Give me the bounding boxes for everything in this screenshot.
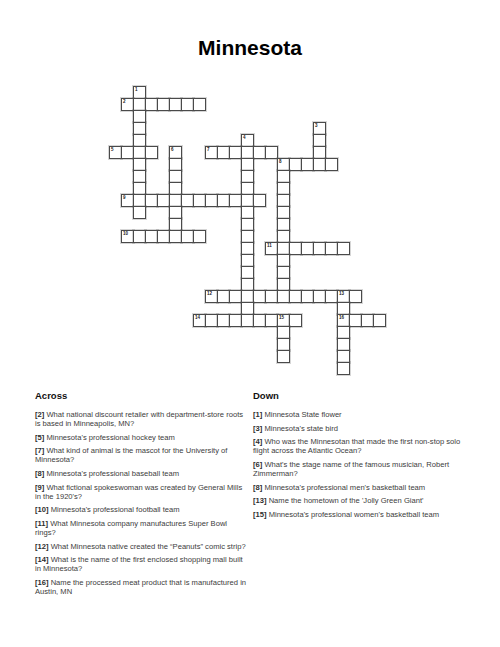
down-clue-13: [13] Name the hometown of the 'Jolly Gre… (253, 496, 466, 505)
across-clue-num-9: [9] (35, 483, 46, 492)
across-clue-2: [2] What national discount retailer with… (35, 410, 248, 428)
across-clue-num-16: [16] (35, 578, 51, 587)
across-clues-section: Across [2] What national discount retail… (35, 390, 248, 601)
down-header: Down (253, 390, 466, 401)
clue-number-15: 15 (279, 315, 284, 320)
across-clue-num-5: [5] (35, 433, 46, 442)
clue-number-10: 10 (123, 231, 128, 236)
down-clue-num-13: [13] (253, 496, 269, 505)
grid-cell-r22c14[interactable] (277, 350, 290, 363)
down-clue-8: [8] Minnesota's professional men's baske… (253, 483, 466, 492)
across-clue-7: [7] What kind of animal is the mascot fo… (35, 446, 248, 464)
across-clue-num-12: [12] (35, 542, 51, 551)
grid-cell-r9c12[interactable] (253, 194, 266, 207)
down-clue-15: [15] Minnesota's professional women's ba… (253, 510, 466, 519)
down-clue-num-15: [15] (253, 510, 269, 519)
across-clue-11: [11] What Minnesota company manufactures… (35, 519, 248, 537)
across-clue-16: [16] Name the processed meat product tha… (35, 578, 248, 596)
clue-number-6: 6 (171, 147, 174, 152)
across-clue-5: [5] Minnesota's professional hockey team (35, 433, 248, 442)
down-clue-num-4: [4] (253, 437, 264, 446)
clue-number-7: 7 (207, 147, 210, 152)
down-clue-4: [4] Who was the Minnesotan that made the… (253, 437, 466, 455)
across-clue-list: [2] What national discount retailer with… (35, 410, 248, 596)
clue-number-16: 16 (339, 315, 344, 320)
across-clue-10: [10] Minnesota's professional football t… (35, 505, 248, 514)
across-clue-num-7: [7] (35, 446, 46, 455)
across-clue-num-14: [14] (35, 555, 51, 564)
across-clue-num-8: [8] (35, 469, 46, 478)
page-title: Minnesota (0, 36, 500, 60)
across-clue-num-2: [2] (35, 410, 46, 419)
across-clue-8: [8] Minnesota's professional baseball te… (35, 469, 248, 478)
clue-number-11: 11 (267, 243, 272, 248)
down-clue-1: [1] Minnesota State flower (253, 410, 466, 419)
down-clue-3: [3] Minnesota's state bird (253, 424, 466, 433)
grid-cell-r19c15[interactable] (289, 314, 302, 327)
crossword-grid: 12345678910111213141516 (109, 86, 386, 375)
grid-cell-r13c19[interactable] (337, 242, 350, 255)
grid-cell-r19c22[interactable] (373, 314, 386, 327)
grid-cell-r17c20[interactable] (349, 290, 362, 303)
across-clue-num-10: [10] (35, 505, 51, 514)
down-clues-section: Down [1] Minnesota State flower[3] Minne… (253, 390, 466, 523)
grid-cell-r6c18[interactable] (325, 158, 338, 171)
grid-cell-r10c2[interactable] (133, 206, 146, 219)
down-clue-num-3: [3] (253, 424, 264, 433)
clue-number-5: 5 (111, 147, 114, 152)
grid-cell-r1c7[interactable] (193, 98, 206, 111)
clue-number-12: 12 (207, 291, 212, 296)
across-clue-12: [12] What Minnesota native created the “… (35, 542, 248, 551)
clue-number-3: 3 (315, 123, 318, 128)
clue-number-1: 1 (135, 87, 138, 92)
down-clue-list: [1] Minnesota State flower[3] Minnesota'… (253, 410, 466, 519)
grid-cell-r12c7[interactable] (193, 230, 206, 243)
clue-number-13: 13 (339, 291, 344, 296)
clue-number-9: 9 (123, 195, 126, 200)
grid-cell-r23c19[interactable] (337, 362, 350, 375)
clue-number-2: 2 (123, 99, 126, 104)
clue-number-14: 14 (195, 315, 200, 320)
down-clue-num-8: [8] (253, 483, 264, 492)
grid-cell-r5c3[interactable] (145, 146, 158, 159)
across-clue-num-11: [11] (35, 519, 50, 528)
across-header: Across (35, 390, 248, 401)
clue-number-4: 4 (243, 135, 246, 140)
across-clue-9: [9] What fictional spokeswoman was creat… (35, 483, 248, 501)
down-clue-6: [6] What's the stage name of the famous … (253, 460, 466, 478)
down-clue-num-6: [6] (253, 460, 264, 469)
across-clue-14: [14] What is the name of the first enclo… (35, 555, 248, 573)
down-clue-num-1: [1] (253, 410, 264, 419)
clue-number-8: 8 (279, 159, 282, 164)
